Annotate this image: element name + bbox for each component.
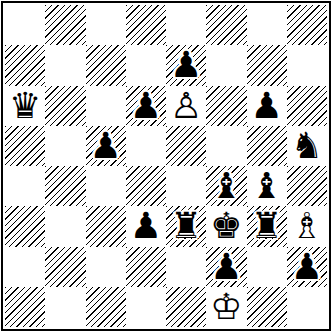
black-pawn-glyph: ♟ <box>89 128 121 164</box>
square-g3[interactable]: ♜ <box>247 206 287 246</box>
square-h2[interactable]: ♟ <box>287 247 327 287</box>
black-pawn-glyph: ♟ <box>170 47 202 83</box>
square-e8[interactable] <box>166 5 206 45</box>
square-a4[interactable] <box>5 166 45 206</box>
square-e3[interactable]: ♜ <box>166 206 206 246</box>
black-pawn-glyph: ♟ <box>210 249 242 285</box>
square-b1[interactable] <box>45 287 85 327</box>
square-a7[interactable] <box>5 45 45 85</box>
square-f7[interactable] <box>206 45 246 85</box>
square-c3[interactable] <box>86 206 126 246</box>
black-pawn-glyph: ♟ <box>130 208 162 244</box>
square-e4[interactable] <box>166 166 206 206</box>
square-b6[interactable] <box>45 86 85 126</box>
square-d3[interactable]: ♟ <box>126 206 166 246</box>
black-pawn-glyph: ♟ <box>291 249 323 285</box>
square-f4[interactable]: ♝ <box>206 166 246 206</box>
square-d8[interactable] <box>126 5 166 45</box>
square-e2[interactable] <box>166 247 206 287</box>
piece-black-king[interactable]: ♚ <box>210 208 242 244</box>
piece-white-pawn[interactable]: ♟♙ <box>170 88 202 124</box>
square-g7[interactable] <box>247 45 287 85</box>
black-pawn-glyph: ♟ <box>130 88 162 124</box>
piece-white-king[interactable]: ♚♔ <box>210 289 242 325</box>
square-h8[interactable] <box>287 5 327 45</box>
square-h4[interactable] <box>287 166 327 206</box>
square-e7[interactable]: ♟ <box>166 45 206 85</box>
square-a5[interactable] <box>5 126 45 166</box>
black-knight-glyph: ♞ <box>291 128 323 164</box>
square-c1[interactable] <box>86 287 126 327</box>
piece-black-pawn[interactable]: ♟ <box>291 249 323 285</box>
black-rook-glyph: ♜ <box>250 208 282 244</box>
square-g6[interactable]: ♟ <box>247 86 287 126</box>
piece-black-queen[interactable]: ♛ <box>9 88 41 124</box>
square-f1[interactable]: ♚♔ <box>206 287 246 327</box>
black-queen-glyph: ♛ <box>9 88 41 124</box>
white-pawn-glyph: ♙ <box>170 88 202 124</box>
square-b2[interactable] <box>45 247 85 287</box>
piece-white-bishop[interactable]: ♝♗ <box>291 208 323 244</box>
square-c8[interactable] <box>86 5 126 45</box>
black-rook-glyph: ♜ <box>170 208 202 244</box>
square-d7[interactable] <box>126 45 166 85</box>
square-a1[interactable] <box>5 287 45 327</box>
piece-black-pawn[interactable]: ♟ <box>170 47 202 83</box>
square-c7[interactable] <box>86 45 126 85</box>
square-e5[interactable] <box>166 126 206 166</box>
square-h6[interactable] <box>287 86 327 126</box>
square-b7[interactable] <box>45 45 85 85</box>
square-g1[interactable] <box>247 287 287 327</box>
square-d5[interactable] <box>126 126 166 166</box>
square-g2[interactable] <box>247 247 287 287</box>
black-bishop-glyph: ♝ <box>250 168 282 204</box>
square-d2[interactable] <box>126 247 166 287</box>
square-h1[interactable] <box>287 287 327 327</box>
piece-black-rook[interactable]: ♜ <box>250 208 282 244</box>
square-d4[interactable] <box>126 166 166 206</box>
black-bishop-glyph: ♝ <box>210 168 242 204</box>
square-g4[interactable]: ♝ <box>247 166 287 206</box>
square-h3[interactable]: ♝♗ <box>287 206 327 246</box>
square-c5[interactable]: ♟ <box>86 126 126 166</box>
piece-black-knight[interactable]: ♞ <box>291 128 323 164</box>
square-h5[interactable]: ♞ <box>287 126 327 166</box>
square-e1[interactable] <box>166 287 206 327</box>
piece-black-bishop[interactable]: ♝ <box>250 168 282 204</box>
piece-black-pawn[interactable]: ♟ <box>130 208 162 244</box>
square-a6[interactable]: ♛ <box>5 86 45 126</box>
square-c4[interactable] <box>86 166 126 206</box>
piece-black-pawn[interactable]: ♟ <box>130 88 162 124</box>
square-c6[interactable] <box>86 86 126 126</box>
square-a2[interactable] <box>5 247 45 287</box>
piece-black-pawn[interactable]: ♟ <box>210 249 242 285</box>
piece-black-pawn[interactable]: ♟ <box>89 128 121 164</box>
square-b4[interactable] <box>45 166 85 206</box>
square-f3[interactable]: ♚ <box>206 206 246 246</box>
square-d1[interactable] <box>126 287 166 327</box>
square-b8[interactable] <box>45 5 85 45</box>
piece-black-rook[interactable]: ♜ <box>170 208 202 244</box>
chess-board: ♟♛♟♟♙♟♟♞♝♝♟♜♚♜♝♗♟♟♚♔ <box>5 5 327 327</box>
square-f5[interactable] <box>206 126 246 166</box>
square-a3[interactable] <box>5 206 45 246</box>
square-f8[interactable] <box>206 5 246 45</box>
square-h7[interactable] <box>287 45 327 85</box>
square-g8[interactable] <box>247 5 287 45</box>
black-king-glyph: ♚ <box>210 208 242 244</box>
piece-black-bishop[interactable]: ♝ <box>210 168 242 204</box>
square-f6[interactable] <box>206 86 246 126</box>
piece-black-pawn[interactable]: ♟ <box>250 88 282 124</box>
square-g5[interactable] <box>247 126 287 166</box>
square-d6[interactable]: ♟ <box>126 86 166 126</box>
square-a8[interactable] <box>5 5 45 45</box>
white-bishop-glyph: ♗ <box>291 208 323 244</box>
black-pawn-glyph: ♟ <box>250 88 282 124</box>
chess-diagram-frame: ♟♛♟♟♙♟♟♞♝♝♟♜♚♜♝♗♟♟♚♔ <box>1 1 331 331</box>
square-b3[interactable] <box>45 206 85 246</box>
square-c2[interactable] <box>86 247 126 287</box>
square-f2[interactable]: ♟ <box>206 247 246 287</box>
square-e6[interactable]: ♟♙ <box>166 86 206 126</box>
white-king-glyph: ♔ <box>210 289 242 325</box>
square-b5[interactable] <box>45 126 85 166</box>
